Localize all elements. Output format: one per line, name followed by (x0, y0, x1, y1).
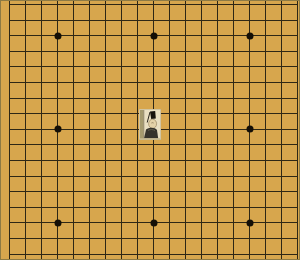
grid-line-vertical (25, 1, 26, 259)
grid-line-horizontal (9, 144, 298, 145)
star-point (246, 32, 253, 39)
grid-line-horizontal (9, 51, 298, 52)
grid-line-horizontal (9, 82, 298, 83)
grid-line-horizontal (9, 4, 298, 5)
grid-line-horizontal (9, 176, 298, 177)
star-point (54, 219, 61, 226)
star-point (54, 126, 61, 133)
grid-line-horizontal (9, 160, 298, 161)
grid-line-vertical (169, 1, 170, 259)
grid-line-vertical (297, 1, 298, 259)
grid-line-vertical (233, 1, 234, 259)
grid-line-horizontal (9, 20, 298, 21)
star-point (54, 32, 61, 39)
grid-line-vertical (201, 1, 202, 259)
grid-line-horizontal (9, 66, 298, 67)
tengen-portrait-marker[interactable] (139, 109, 161, 140)
grid-line-horizontal (9, 98, 298, 99)
grid-line-vertical (105, 1, 106, 259)
grid-line-horizontal (9, 238, 298, 239)
grid-line-vertical (9, 1, 10, 259)
portrait-face (149, 119, 157, 128)
grid-line-vertical (281, 1, 282, 259)
star-point (246, 219, 253, 226)
grid-line-vertical (89, 1, 90, 259)
grid-line-horizontal (9, 191, 298, 192)
grid-line-vertical (121, 1, 122, 259)
portrait-left-band (140, 110, 143, 139)
grid-line-vertical (217, 1, 218, 259)
star-point (246, 126, 253, 133)
grid-line-vertical (73, 1, 74, 259)
grid-line-horizontal (9, 254, 298, 255)
star-point (150, 32, 157, 39)
go-board-window (0, 0, 300, 260)
grid-line-vertical (185, 1, 186, 259)
portrait-image (139, 109, 161, 140)
grid-line-vertical (41, 1, 42, 259)
grid-line-horizontal (9, 207, 298, 208)
star-point (150, 219, 157, 226)
grid-line-vertical (137, 1, 138, 259)
grid-line-vertical (265, 1, 266, 259)
